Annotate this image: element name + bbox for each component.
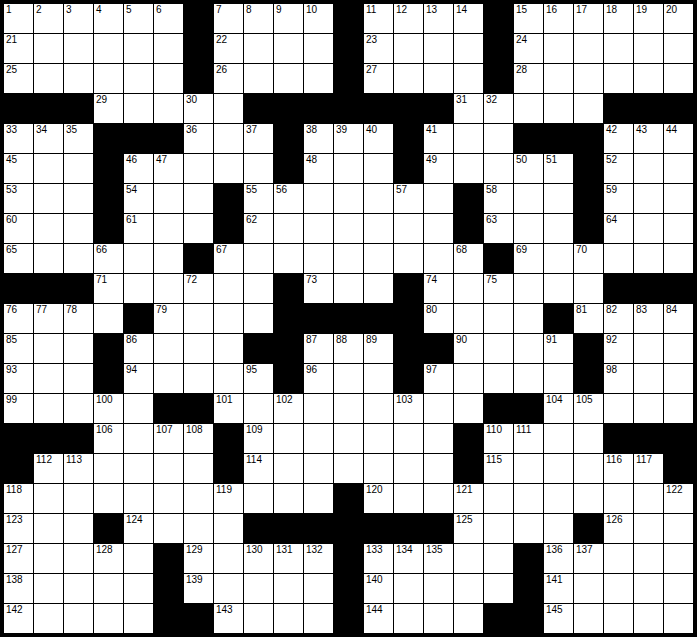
white-cell-19-22[interactable] [664, 574, 693, 603]
white-cell-10-20[interactable]: 82 [604, 304, 633, 333]
white-cell-6-20[interactable]: 59 [604, 184, 633, 213]
white-cell-13-8[interactable] [244, 394, 273, 423]
white-cell-6-18[interactable] [544, 184, 573, 213]
white-cell-0-9[interactable]: 9 [274, 4, 303, 33]
white-cell-17-17[interactable] [514, 514, 543, 543]
white-cell-5-5[interactable]: 47 [154, 154, 183, 183]
white-cell-7-6[interactable] [184, 214, 213, 243]
white-cell-6-4[interactable]: 54 [124, 184, 153, 213]
white-cell-18-9[interactable]: 131 [274, 544, 303, 573]
white-cell-20-22[interactable] [664, 604, 693, 633]
white-cell-2-14[interactable] [424, 64, 453, 93]
white-cell-20-2[interactable] [64, 604, 93, 633]
white-cell-11-2[interactable] [64, 334, 93, 363]
white-cell-7-12[interactable] [364, 214, 393, 243]
white-cell-0-13[interactable]: 12 [394, 4, 423, 33]
white-cell-16-0[interactable]: 118 [4, 484, 33, 513]
white-cell-4-20[interactable]: 42 [604, 124, 633, 153]
white-cell-15-8[interactable]: 114 [244, 454, 273, 483]
white-cell-16-3[interactable] [94, 484, 123, 513]
white-cell-19-18[interactable]: 141 [544, 574, 573, 603]
white-cell-12-15[interactable] [454, 364, 483, 393]
white-cell-6-5[interactable] [154, 184, 183, 213]
white-cell-18-16[interactable] [484, 544, 513, 573]
white-cell-1-19[interactable] [574, 34, 603, 63]
white-cell-0-2[interactable]: 3 [64, 4, 93, 33]
white-cell-18-22[interactable] [664, 544, 693, 573]
white-cell-6-8[interactable]: 55 [244, 184, 273, 213]
white-cell-13-1[interactable] [34, 394, 63, 423]
white-cell-7-21[interactable] [634, 214, 663, 243]
white-cell-6-16[interactable]: 58 [484, 184, 513, 213]
white-cell-9-18[interactable] [544, 274, 573, 303]
white-cell-4-8[interactable]: 37 [244, 124, 273, 153]
white-cell-2-5[interactable] [154, 64, 183, 93]
white-cell-19-7[interactable] [214, 574, 243, 603]
white-cell-20-4[interactable] [124, 604, 153, 633]
white-cell-14-9[interactable] [274, 424, 303, 453]
white-cell-15-18[interactable] [544, 454, 573, 483]
white-cell-0-21[interactable]: 19 [634, 4, 663, 33]
white-cell-10-17[interactable] [514, 304, 543, 333]
white-cell-9-4[interactable] [124, 274, 153, 303]
white-cell-20-3[interactable] [94, 604, 123, 633]
white-cell-18-21[interactable] [634, 544, 663, 573]
white-cell-10-3[interactable] [94, 304, 123, 333]
white-cell-11-17[interactable] [514, 334, 543, 363]
white-cell-8-10[interactable] [304, 244, 333, 273]
white-cell-10-7[interactable] [214, 304, 243, 333]
white-cell-7-4[interactable]: 61 [124, 214, 153, 243]
white-cell-2-18[interactable] [544, 64, 573, 93]
white-cell-10-22[interactable]: 84 [664, 304, 693, 333]
white-cell-6-12[interactable] [364, 184, 393, 213]
white-cell-14-8[interactable]: 109 [244, 424, 273, 453]
white-cell-3-16[interactable]: 32 [484, 94, 513, 123]
white-cell-4-6[interactable]: 36 [184, 124, 213, 153]
white-cell-12-17[interactable] [514, 364, 543, 393]
white-cell-19-19[interactable] [574, 574, 603, 603]
white-cell-18-2[interactable] [64, 544, 93, 573]
white-cell-19-10[interactable] [304, 574, 333, 603]
white-cell-8-0[interactable]: 65 [4, 244, 33, 273]
white-cell-19-21[interactable] [634, 574, 663, 603]
white-cell-2-21[interactable] [634, 64, 663, 93]
white-cell-6-1[interactable] [34, 184, 63, 213]
white-cell-2-2[interactable] [64, 64, 93, 93]
white-cell-9-3[interactable]: 71 [94, 274, 123, 303]
white-cell-15-4[interactable] [124, 454, 153, 483]
white-cell-18-7[interactable] [214, 544, 243, 573]
white-cell-6-0[interactable]: 53 [4, 184, 33, 213]
white-cell-20-15[interactable] [454, 604, 483, 633]
white-cell-4-1[interactable]: 34 [34, 124, 63, 153]
white-cell-12-18[interactable] [544, 364, 573, 393]
white-cell-10-8[interactable] [244, 304, 273, 333]
white-cell-3-15[interactable]: 31 [454, 94, 483, 123]
white-cell-20-1[interactable] [34, 604, 63, 633]
white-cell-8-13[interactable] [394, 244, 423, 273]
white-cell-1-20[interactable] [604, 34, 633, 63]
white-cell-11-12[interactable]: 89 [364, 334, 393, 363]
white-cell-10-1[interactable]: 77 [34, 304, 63, 333]
white-cell-16-14[interactable] [424, 484, 453, 513]
white-cell-15-10[interactable] [304, 454, 333, 483]
white-cell-8-20[interactable] [604, 244, 633, 273]
white-cell-13-19[interactable]: 105 [574, 394, 603, 423]
white-cell-19-12[interactable]: 140 [364, 574, 393, 603]
white-cell-12-4[interactable]: 94 [124, 364, 153, 393]
white-cell-11-21[interactable] [634, 334, 663, 363]
white-cell-4-12[interactable]: 40 [364, 124, 393, 153]
white-cell-8-14[interactable] [424, 244, 453, 273]
white-cell-12-6[interactable] [184, 364, 213, 393]
white-cell-5-15[interactable] [454, 154, 483, 183]
white-cell-4-16[interactable] [484, 124, 513, 153]
white-cell-7-1[interactable] [34, 214, 63, 243]
white-cell-18-18[interactable]: 136 [544, 544, 573, 573]
white-cell-17-20[interactable]: 126 [604, 514, 633, 543]
white-cell-14-18[interactable] [544, 424, 573, 453]
white-cell-0-3[interactable]: 4 [94, 4, 123, 33]
white-cell-8-22[interactable] [664, 244, 693, 273]
white-cell-6-17[interactable] [514, 184, 543, 213]
white-cell-20-21[interactable] [634, 604, 663, 633]
white-cell-15-3[interactable] [94, 454, 123, 483]
white-cell-15-9[interactable] [274, 454, 303, 483]
white-cell-0-8[interactable]: 8 [244, 4, 273, 33]
white-cell-20-14[interactable] [424, 604, 453, 633]
white-cell-5-2[interactable] [64, 154, 93, 183]
white-cell-0-10[interactable]: 10 [304, 4, 333, 33]
white-cell-0-18[interactable]: 16 [544, 4, 573, 33]
white-cell-0-14[interactable]: 13 [424, 4, 453, 33]
white-cell-11-15[interactable]: 90 [454, 334, 483, 363]
white-cell-3-6[interactable]: 30 [184, 94, 213, 123]
white-cell-18-0[interactable]: 127 [4, 544, 33, 573]
white-cell-1-8[interactable] [244, 34, 273, 63]
white-cell-14-10[interactable] [304, 424, 333, 453]
white-cell-9-19[interactable] [574, 274, 603, 303]
white-cell-16-10[interactable] [304, 484, 333, 513]
white-cell-12-0[interactable]: 93 [4, 364, 33, 393]
white-cell-7-13[interactable] [394, 214, 423, 243]
white-cell-1-9[interactable] [274, 34, 303, 63]
white-cell-1-3[interactable] [94, 34, 123, 63]
white-cell-12-22[interactable] [664, 364, 693, 393]
white-cell-16-7[interactable]: 119 [214, 484, 243, 513]
white-cell-7-16[interactable]: 63 [484, 214, 513, 243]
white-cell-3-3[interactable]: 29 [94, 94, 123, 123]
white-cell-18-14[interactable]: 135 [424, 544, 453, 573]
white-cell-12-14[interactable]: 97 [424, 364, 453, 393]
white-cell-18-15[interactable] [454, 544, 483, 573]
white-cell-18-6[interactable]: 129 [184, 544, 213, 573]
white-cell-5-18[interactable]: 51 [544, 154, 573, 183]
white-cell-6-9[interactable]: 56 [274, 184, 303, 213]
white-cell-13-14[interactable] [424, 394, 453, 423]
white-cell-14-12[interactable] [364, 424, 393, 453]
white-cell-11-22[interactable] [664, 334, 693, 363]
white-cell-13-13[interactable]: 103 [394, 394, 423, 423]
white-cell-8-11[interactable] [334, 244, 363, 273]
white-cell-12-10[interactable]: 96 [304, 364, 333, 393]
white-cell-20-9[interactable] [274, 604, 303, 633]
white-cell-3-17[interactable] [514, 94, 543, 123]
white-cell-2-1[interactable] [34, 64, 63, 93]
white-cell-5-20[interactable]: 52 [604, 154, 633, 183]
white-cell-13-3[interactable]: 100 [94, 394, 123, 423]
white-cell-8-3[interactable]: 66 [94, 244, 123, 273]
white-cell-17-21[interactable] [634, 514, 663, 543]
white-cell-2-10[interactable] [304, 64, 333, 93]
white-cell-15-17[interactable] [514, 454, 543, 483]
white-cell-9-14[interactable]: 74 [424, 274, 453, 303]
white-cell-11-6[interactable] [184, 334, 213, 363]
white-cell-16-8[interactable] [244, 484, 273, 513]
white-cell-7-18[interactable] [544, 214, 573, 243]
white-cell-1-14[interactable] [424, 34, 453, 63]
white-cell-2-15[interactable] [454, 64, 483, 93]
white-cell-17-2[interactable] [64, 514, 93, 543]
white-cell-0-12[interactable]: 11 [364, 4, 393, 33]
white-cell-9-16[interactable]: 75 [484, 274, 513, 303]
white-cell-8-18[interactable] [544, 244, 573, 273]
white-cell-19-3[interactable] [94, 574, 123, 603]
white-cell-13-21[interactable] [634, 394, 663, 423]
white-cell-1-22[interactable] [664, 34, 693, 63]
white-cell-7-2[interactable] [64, 214, 93, 243]
white-cell-14-3[interactable]: 106 [94, 424, 123, 453]
white-cell-0-15[interactable]: 14 [454, 4, 483, 33]
white-cell-15-2[interactable]: 113 [64, 454, 93, 483]
white-cell-11-1[interactable] [34, 334, 63, 363]
white-cell-13-9[interactable]: 102 [274, 394, 303, 423]
white-cell-8-7[interactable]: 67 [214, 244, 243, 273]
white-cell-4-0[interactable]: 33 [4, 124, 33, 153]
white-cell-10-5[interactable]: 79 [154, 304, 183, 333]
white-cell-1-17[interactable]: 24 [514, 34, 543, 63]
white-cell-12-16[interactable] [484, 364, 513, 393]
white-cell-20-10[interactable] [304, 604, 333, 633]
white-cell-1-0[interactable]: 21 [4, 34, 33, 63]
white-cell-6-13[interactable]: 57 [394, 184, 423, 213]
white-cell-4-2[interactable]: 35 [64, 124, 93, 153]
white-cell-19-13[interactable] [394, 574, 423, 603]
white-cell-14-5[interactable]: 107 [154, 424, 183, 453]
white-cell-17-7[interactable] [214, 514, 243, 543]
white-cell-8-15[interactable]: 68 [454, 244, 483, 273]
white-cell-11-20[interactable]: 92 [604, 334, 633, 363]
white-cell-14-6[interactable]: 108 [184, 424, 213, 453]
white-cell-5-17[interactable]: 50 [514, 154, 543, 183]
white-cell-18-1[interactable] [34, 544, 63, 573]
white-cell-19-0[interactable]: 138 [4, 574, 33, 603]
white-cell-12-8[interactable]: 95 [244, 364, 273, 393]
white-cell-2-13[interactable] [394, 64, 423, 93]
white-cell-1-21[interactable] [634, 34, 663, 63]
white-cell-13-2[interactable] [64, 394, 93, 423]
white-cell-4-7[interactable] [214, 124, 243, 153]
white-cell-16-12[interactable]: 120 [364, 484, 393, 513]
white-cell-20-13[interactable] [394, 604, 423, 633]
white-cell-14-17[interactable]: 111 [514, 424, 543, 453]
white-cell-0-7[interactable]: 7 [214, 4, 243, 33]
white-cell-1-4[interactable] [124, 34, 153, 63]
white-cell-12-11[interactable] [334, 364, 363, 393]
white-cell-4-14[interactable]: 41 [424, 124, 453, 153]
white-cell-17-18[interactable] [544, 514, 573, 543]
white-cell-12-7[interactable] [214, 364, 243, 393]
white-cell-19-6[interactable]: 139 [184, 574, 213, 603]
white-cell-14-16[interactable]: 110 [484, 424, 513, 453]
white-cell-18-20[interactable] [604, 544, 633, 573]
white-cell-20-18[interactable]: 145 [544, 604, 573, 633]
white-cell-17-1[interactable] [34, 514, 63, 543]
white-cell-13-0[interactable]: 99 [4, 394, 33, 423]
white-cell-1-13[interactable] [394, 34, 423, 63]
white-cell-5-16[interactable] [484, 154, 513, 183]
white-cell-16-18[interactable] [544, 484, 573, 513]
white-cell-6-14[interactable] [424, 184, 453, 213]
white-cell-15-12[interactable] [364, 454, 393, 483]
white-cell-15-16[interactable]: 115 [484, 454, 513, 483]
white-cell-6-22[interactable] [664, 184, 693, 213]
white-cell-2-17[interactable]: 28 [514, 64, 543, 93]
white-cell-13-4[interactable] [124, 394, 153, 423]
white-cell-2-3[interactable] [94, 64, 123, 93]
white-cell-9-5[interactable] [154, 274, 183, 303]
white-cell-18-13[interactable]: 134 [394, 544, 423, 573]
white-cell-13-11[interactable] [334, 394, 363, 423]
white-cell-5-14[interactable]: 49 [424, 154, 453, 183]
white-cell-13-22[interactable] [664, 394, 693, 423]
white-cell-15-14[interactable] [424, 454, 453, 483]
white-cell-17-6[interactable] [184, 514, 213, 543]
white-cell-16-13[interactable] [394, 484, 423, 513]
white-cell-8-17[interactable]: 69 [514, 244, 543, 273]
white-cell-13-15[interactable] [454, 394, 483, 423]
white-cell-14-13[interactable] [394, 424, 423, 453]
white-cell-2-12[interactable]: 27 [364, 64, 393, 93]
white-cell-0-17[interactable]: 15 [514, 4, 543, 33]
white-cell-2-9[interactable] [274, 64, 303, 93]
white-cell-14-19[interactable] [574, 424, 603, 453]
white-cell-9-6[interactable]: 72 [184, 274, 213, 303]
white-cell-11-4[interactable]: 86 [124, 334, 153, 363]
white-cell-5-10[interactable]: 48 [304, 154, 333, 183]
white-cell-1-15[interactable] [454, 34, 483, 63]
white-cell-3-7[interactable] [214, 94, 243, 123]
white-cell-3-19[interactable] [574, 94, 603, 123]
white-cell-16-1[interactable] [34, 484, 63, 513]
white-cell-7-14[interactable] [424, 214, 453, 243]
white-cell-19-15[interactable] [454, 574, 483, 603]
white-cell-13-18[interactable]: 104 [544, 394, 573, 423]
white-cell-7-22[interactable] [664, 214, 693, 243]
white-cell-16-20[interactable] [604, 484, 633, 513]
white-cell-19-9[interactable] [274, 574, 303, 603]
white-cell-4-15[interactable] [454, 124, 483, 153]
white-cell-9-8[interactable] [244, 274, 273, 303]
white-cell-9-17[interactable] [514, 274, 543, 303]
white-cell-1-12[interactable]: 23 [364, 34, 393, 63]
white-cell-11-18[interactable]: 91 [544, 334, 573, 363]
white-cell-15-20[interactable]: 116 [604, 454, 633, 483]
white-cell-12-21[interactable] [634, 364, 663, 393]
white-cell-5-0[interactable]: 45 [4, 154, 33, 183]
white-cell-0-19[interactable]: 17 [574, 4, 603, 33]
white-cell-15-13[interactable] [394, 454, 423, 483]
white-cell-13-7[interactable]: 101 [214, 394, 243, 423]
white-cell-7-11[interactable] [334, 214, 363, 243]
white-cell-19-4[interactable] [124, 574, 153, 603]
white-cell-16-5[interactable] [154, 484, 183, 513]
white-cell-5-1[interactable] [34, 154, 63, 183]
white-cell-11-16[interactable] [484, 334, 513, 363]
white-cell-16-2[interactable] [64, 484, 93, 513]
white-cell-1-5[interactable] [154, 34, 183, 63]
white-cell-19-16[interactable] [484, 574, 513, 603]
white-cell-2-7[interactable]: 26 [214, 64, 243, 93]
white-cell-20-0[interactable]: 142 [4, 604, 33, 633]
white-cell-7-10[interactable] [304, 214, 333, 243]
white-cell-11-7[interactable] [214, 334, 243, 363]
white-cell-20-20[interactable] [604, 604, 633, 633]
white-cell-8-21[interactable] [634, 244, 663, 273]
white-cell-14-14[interactable] [424, 424, 453, 453]
white-cell-16-22[interactable]: 122 [664, 484, 693, 513]
white-cell-5-4[interactable]: 46 [124, 154, 153, 183]
white-cell-13-20[interactable] [604, 394, 633, 423]
white-cell-1-18[interactable] [544, 34, 573, 63]
white-cell-10-21[interactable]: 83 [634, 304, 663, 333]
white-cell-16-21[interactable] [634, 484, 663, 513]
white-cell-10-19[interactable]: 81 [574, 304, 603, 333]
white-cell-2-4[interactable] [124, 64, 153, 93]
white-cell-10-14[interactable]: 80 [424, 304, 453, 333]
white-cell-12-20[interactable]: 98 [604, 364, 633, 393]
white-cell-20-12[interactable]: 144 [364, 604, 393, 633]
white-cell-11-0[interactable]: 85 [4, 334, 33, 363]
white-cell-7-5[interactable] [154, 214, 183, 243]
white-cell-17-4[interactable]: 124 [124, 514, 153, 543]
white-cell-20-7[interactable]: 143 [214, 604, 243, 633]
white-cell-8-19[interactable]: 70 [574, 244, 603, 273]
white-cell-18-12[interactable]: 133 [364, 544, 393, 573]
white-cell-8-4[interactable] [124, 244, 153, 273]
white-cell-3-5[interactable] [154, 94, 183, 123]
white-cell-5-7[interactable] [214, 154, 243, 183]
white-cell-15-6[interactable] [184, 454, 213, 483]
white-cell-12-5[interactable] [154, 364, 183, 393]
white-cell-19-14[interactable] [424, 574, 453, 603]
white-cell-17-16[interactable] [484, 514, 513, 543]
white-cell-11-5[interactable] [154, 334, 183, 363]
white-cell-0-5[interactable]: 6 [154, 4, 183, 33]
white-cell-5-11[interactable] [334, 154, 363, 183]
white-cell-5-6[interactable] [184, 154, 213, 183]
white-cell-19-1[interactable] [34, 574, 63, 603]
white-cell-4-22[interactable]: 44 [664, 124, 693, 153]
white-cell-8-1[interactable] [34, 244, 63, 273]
white-cell-8-9[interactable] [274, 244, 303, 273]
white-cell-9-10[interactable]: 73 [304, 274, 333, 303]
white-cell-18-8[interactable]: 130 [244, 544, 273, 573]
white-cell-0-4[interactable]: 5 [124, 4, 153, 33]
white-cell-4-10[interactable]: 38 [304, 124, 333, 153]
white-cell-9-12[interactable] [364, 274, 393, 303]
